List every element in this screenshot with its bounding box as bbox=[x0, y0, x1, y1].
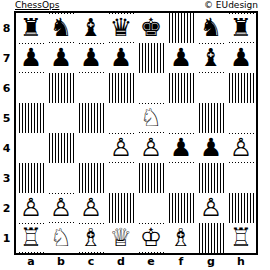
square-e1[interactable]: ♔ bbox=[136, 223, 166, 253]
square-c6[interactable] bbox=[76, 73, 106, 103]
square-a4[interactable] bbox=[16, 133, 46, 163]
rank-labels: 87654321 bbox=[0, 13, 13, 253]
rank-label-1: 1 bbox=[0, 223, 13, 253]
rank-label-2: 2 bbox=[0, 193, 13, 223]
piece-black-bishop: ♝ bbox=[80, 14, 102, 42]
app-title: ChessOps bbox=[15, 0, 59, 10]
square-e4[interactable]: ♙ bbox=[136, 133, 166, 163]
piece-white-knight: ♘ bbox=[138, 104, 164, 132]
square-g8[interactable]: ♞ bbox=[196, 13, 226, 43]
square-f3[interactable] bbox=[166, 163, 196, 193]
square-a6[interactable] bbox=[16, 73, 46, 103]
square-e5[interactable]: ♘ bbox=[136, 103, 166, 133]
file-label-g: g bbox=[196, 255, 226, 268]
piece-black-pawn: ♟ bbox=[230, 44, 252, 72]
square-h1[interactable]: ♖ bbox=[226, 223, 256, 253]
piece-white-pawn: ♙ bbox=[140, 134, 162, 162]
rank-label-7: 7 bbox=[0, 43, 13, 73]
file-label-c: c bbox=[76, 255, 106, 268]
piece-white-rook: ♖ bbox=[18, 224, 44, 252]
square-c4[interactable] bbox=[76, 133, 106, 163]
square-g2[interactable]: ♙ bbox=[196, 193, 226, 223]
square-g4[interactable]: ♟ bbox=[196, 133, 226, 163]
piece-black-pawn: ♟ bbox=[170, 44, 192, 72]
piece-black-knight: ♞ bbox=[48, 14, 74, 42]
square-h3[interactable] bbox=[226, 163, 256, 193]
square-b7[interactable]: ♟ bbox=[46, 43, 76, 73]
square-f5[interactable] bbox=[166, 103, 196, 133]
square-f2[interactable] bbox=[166, 193, 196, 223]
square-g3[interactable] bbox=[196, 163, 226, 193]
piece-black-pawn: ♟ bbox=[200, 134, 222, 162]
square-d4[interactable]: ♙ bbox=[106, 133, 136, 163]
piece-black-rook: ♜ bbox=[228, 14, 254, 42]
piece-white-pawn: ♙ bbox=[228, 134, 254, 162]
file-label-b: b bbox=[46, 255, 76, 268]
square-h6[interactable] bbox=[226, 73, 256, 103]
rank-label-5: 5 bbox=[0, 103, 13, 133]
square-h5[interactable] bbox=[226, 103, 256, 133]
square-h4[interactable]: ♙ bbox=[226, 133, 256, 163]
piece-white-pawn: ♙ bbox=[48, 194, 74, 222]
square-b5[interactable] bbox=[46, 103, 76, 133]
piece-black-pawn: ♟ bbox=[50, 44, 72, 72]
square-d1[interactable]: ♕ bbox=[106, 223, 136, 253]
piece-black-king: ♚ bbox=[140, 14, 162, 42]
piece-black-pawn: ♟ bbox=[110, 44, 132, 72]
piece-white-bishop: ♗ bbox=[78, 224, 104, 252]
square-c2[interactable]: ♙ bbox=[76, 193, 106, 223]
file-label-e: e bbox=[136, 255, 166, 268]
square-a7[interactable]: ♟ bbox=[16, 43, 46, 73]
piece-black-bishop: ♝ bbox=[198, 44, 224, 72]
file-labels: abcdefgh bbox=[16, 255, 256, 268]
square-b8[interactable]: ♞ bbox=[46, 13, 76, 43]
square-g1[interactable] bbox=[196, 223, 226, 253]
square-c5[interactable] bbox=[76, 103, 106, 133]
piece-white-pawn: ♙ bbox=[80, 194, 102, 222]
rank-label-4: 4 bbox=[0, 133, 13, 163]
chessops-window: ChessOps © EUdesign 87654321 ♜♞♝♛♚♞♜♟♟♟♟… bbox=[0, 0, 270, 270]
piece-white-pawn: ♙ bbox=[20, 194, 42, 222]
square-b1[interactable]: ♘ bbox=[46, 223, 76, 253]
rank-label-3: 3 bbox=[0, 163, 13, 193]
file-label-a: a bbox=[16, 255, 46, 268]
piece-black-rook: ♜ bbox=[20, 14, 42, 42]
square-d7[interactable]: ♟ bbox=[106, 43, 136, 73]
square-g6[interactable] bbox=[196, 73, 226, 103]
rank-label-6: 6 bbox=[0, 73, 13, 103]
square-g7[interactable]: ♝ bbox=[196, 43, 226, 73]
piece-black-pawn: ♟ bbox=[78, 44, 104, 72]
square-a2[interactable]: ♙ bbox=[16, 193, 46, 223]
piece-black-knight: ♞ bbox=[200, 14, 222, 42]
square-d3[interactable] bbox=[106, 163, 136, 193]
square-b6[interactable] bbox=[46, 73, 76, 103]
square-e7[interactable] bbox=[136, 43, 166, 73]
square-a3[interactable] bbox=[16, 163, 46, 193]
piece-black-pawn: ♟ bbox=[168, 134, 194, 162]
square-d8[interactable]: ♛ bbox=[106, 13, 136, 43]
square-d5[interactable] bbox=[106, 103, 136, 133]
square-f4[interactable]: ♟ bbox=[166, 133, 196, 163]
square-b2[interactable]: ♙ bbox=[46, 193, 76, 223]
square-e6[interactable] bbox=[136, 73, 166, 103]
file-label-d: d bbox=[106, 255, 136, 268]
square-g5[interactable] bbox=[196, 103, 226, 133]
piece-white-king: ♔ bbox=[138, 224, 164, 252]
square-b4[interactable] bbox=[46, 133, 76, 163]
square-h2[interactable] bbox=[226, 193, 256, 223]
square-c7[interactable]: ♟ bbox=[76, 43, 106, 73]
piece-black-pawn: ♟ bbox=[18, 44, 44, 72]
piece-white-bishop: ♗ bbox=[170, 224, 192, 252]
square-f6[interactable] bbox=[166, 73, 196, 103]
file-label-h: h bbox=[226, 255, 256, 268]
piece-white-queen: ♕ bbox=[110, 224, 132, 252]
rank-label-8: 8 bbox=[0, 13, 13, 43]
square-f7[interactable]: ♟ bbox=[166, 43, 196, 73]
square-f8[interactable] bbox=[166, 13, 196, 43]
piece-white-rook: ♖ bbox=[230, 224, 252, 252]
header-bar: ChessOps © EUdesign bbox=[15, 0, 258, 11]
square-d2[interactable] bbox=[106, 193, 136, 223]
square-a8[interactable]: ♜ bbox=[16, 13, 46, 43]
board-grid: ♜♞♝♛♚♞♜♟♟♟♟♟♝♟♘♙♙♟♟♙♙♙♙♙♖♘♗♕♔♗♖ bbox=[16, 13, 256, 253]
piece-white-pawn: ♙ bbox=[200, 194, 222, 222]
square-a1[interactable]: ♖ bbox=[16, 223, 46, 253]
square-e8[interactable]: ♚ bbox=[136, 13, 166, 43]
square-c8[interactable]: ♝ bbox=[76, 13, 106, 43]
chess-board: ♜♞♝♛♚♞♜♟♟♟♟♟♝♟♘♙♙♟♟♙♙♙♙♙♖♘♗♕♔♗♖ bbox=[14, 11, 258, 255]
square-e2[interactable] bbox=[136, 193, 166, 223]
piece-white-knight: ♘ bbox=[50, 224, 72, 252]
file-label-f: f bbox=[166, 255, 196, 268]
square-b3[interactable] bbox=[46, 163, 76, 193]
copyright-credit: © EUdesign bbox=[204, 0, 258, 10]
square-h7[interactable]: ♟ bbox=[226, 43, 256, 73]
piece-white-pawn: ♙ bbox=[108, 134, 134, 162]
square-d6[interactable] bbox=[106, 73, 136, 103]
square-e3[interactable] bbox=[136, 163, 166, 193]
piece-black-queen: ♛ bbox=[108, 14, 134, 42]
square-a5[interactable] bbox=[16, 103, 46, 133]
square-f1[interactable]: ♗ bbox=[166, 223, 196, 253]
square-c3[interactable] bbox=[76, 163, 106, 193]
square-h8[interactable]: ♜ bbox=[226, 13, 256, 43]
square-c1[interactable]: ♗ bbox=[76, 223, 106, 253]
